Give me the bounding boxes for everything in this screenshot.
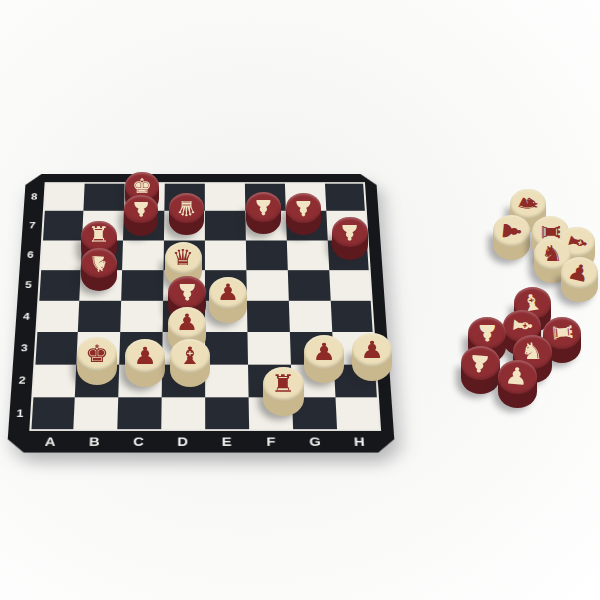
frame-edge (245, 174, 285, 182)
square-e7 (205, 211, 246, 240)
piece-cream-bishop-d2: ♝ (170, 339, 210, 387)
disc-top: ♜ (81, 221, 117, 252)
captured-cream-pawn-6: ♟ (561, 257, 598, 302)
frame-edge (165, 174, 205, 182)
rank-label-1: 1 (8, 397, 31, 431)
knight-symbol-icon: ♞ (513, 191, 544, 217)
frame-edge (367, 211, 381, 240)
file-label-d: D (161, 431, 205, 453)
frame-edge (379, 397, 394, 431)
rank-label-7: 7 (22, 211, 43, 240)
bishop-symbol-icon: ♝ (509, 315, 536, 337)
rook-symbol-icon: ♜ (271, 372, 295, 396)
square-a7 (41, 211, 83, 240)
rank-label-8: 8 (24, 182, 45, 211)
square-c1 (117, 397, 161, 431)
square-f3 (247, 332, 290, 364)
frame-edge (7, 431, 29, 453)
captured-red-pawn-7: ♟ (498, 360, 537, 407)
square-c6 (122, 240, 164, 270)
captured-red-pawn-6: ♟ (461, 346, 500, 393)
file-label-c: C (117, 431, 162, 453)
king-symbol-icon: ♚ (85, 342, 109, 366)
file-label-b: B (72, 431, 117, 453)
square-b8 (83, 182, 124, 211)
pawn-symbol-icon: ♟ (476, 322, 498, 345)
piece-cream-king-b2: ♚ (77, 337, 117, 385)
pawn-symbol-icon: ♟ (253, 197, 274, 218)
disc-top: ♟ (125, 339, 165, 373)
frame-edge (26, 174, 46, 182)
square-e1 (205, 397, 249, 431)
square-h1 (335, 397, 381, 431)
square-h4 (331, 301, 375, 332)
frame-edge (369, 240, 383, 270)
frame-edge (373, 301, 387, 332)
disc-top: ♟ (304, 335, 344, 369)
pawn-symbol-icon: ♟ (293, 198, 314, 219)
disc-top: ♟ (468, 317, 506, 349)
rank-label-3: 3 (13, 332, 35, 364)
file-label-a: A (28, 431, 73, 453)
knight-symbol-icon: ♞ (87, 251, 110, 274)
rook-symbol-icon: ♜ (549, 322, 576, 344)
square-h5 (329, 270, 372, 301)
piece-cream-pawn-e4: ♟ (209, 277, 247, 323)
file-label-f: F (249, 431, 294, 453)
disc-top: ♟ (461, 346, 500, 379)
piece-red-pawn-h6: ♟ (332, 217, 368, 261)
square-a1 (29, 397, 75, 431)
pawn-symbol-icon: ♟ (339, 221, 360, 242)
piece-cream-pawn-h2: ♟ (352, 333, 392, 381)
square-c5 (121, 270, 163, 301)
frame-edge (365, 182, 378, 211)
square-g6 (287, 240, 329, 270)
disc-top: ♝ (170, 339, 210, 373)
file-label-e: E (205, 431, 249, 453)
square-a4 (35, 301, 79, 332)
frame-edge (371, 270, 385, 301)
square-a8 (43, 182, 85, 211)
rank-label-4: 4 (15, 301, 37, 332)
captured-cream-pawn-2: ♟ (493, 215, 530, 260)
disc-top: ♚ (77, 337, 117, 371)
file-label-g: G (293, 431, 338, 453)
pawn-symbol-icon: ♟ (565, 260, 592, 286)
queen-symbol-icon: ♛ (172, 247, 194, 269)
disc-top: ♟ (124, 195, 158, 224)
piece-red-pawn-f7: ♟ (246, 192, 281, 234)
frame-edge (325, 174, 365, 182)
disc-top: ♞ (81, 248, 117, 279)
square-a3 (33, 332, 77, 364)
pawn-symbol-icon: ♟ (133, 344, 157, 368)
rank-label-5: 5 (17, 270, 39, 301)
file-label-h: H (337, 431, 382, 453)
square-g5 (288, 270, 331, 301)
piece-red-pawn-g7: ♟ (286, 193, 321, 235)
square-d1 (161, 397, 205, 431)
disc-top: ♛ (165, 242, 202, 273)
disc-top: ♛ (169, 193, 204, 223)
square-b4 (78, 301, 121, 332)
frame-edge (45, 174, 85, 182)
square-e8 (205, 182, 246, 211)
piece-red-pawn-c7: ♟ (124, 195, 158, 236)
square-b1 (73, 397, 118, 431)
disc-top: ♟ (168, 276, 206, 308)
king-symbol-icon: ♚ (132, 176, 152, 196)
frame-edge (381, 431, 395, 453)
disc-top: ♟ (332, 217, 368, 248)
square-e6 (205, 240, 246, 270)
pawn-symbol-icon: ♟ (360, 338, 384, 362)
pawn-symbol-icon: ♟ (498, 220, 524, 242)
square-a5 (37, 270, 80, 301)
square-e3 (205, 332, 248, 364)
rank-label-2: 2 (11, 364, 34, 397)
square-a6 (39, 240, 82, 270)
frame-edge (364, 174, 376, 182)
pawn-symbol-icon: ♟ (217, 282, 239, 305)
disc-top: ♜ (263, 367, 304, 402)
bishop-symbol-icon: ♝ (178, 344, 202, 368)
pawn-symbol-icon: ♟ (312, 340, 336, 364)
disc-top: ♟ (168, 307, 206, 339)
disc-top: ♟ (286, 193, 321, 223)
square-c4 (120, 301, 163, 332)
square-f4 (247, 301, 290, 332)
square-g4 (289, 301, 332, 332)
travel-chess-set-photo: 87654321ABCDEFGH ♚♞♟♛♟♟♟♟♜♜♝♞♛♞♟♟♟♝♟♝♜♟♟… (0, 0, 600, 600)
pawn-symbol-icon: ♟ (176, 312, 198, 335)
disc-top: ♟ (246, 192, 281, 222)
rank-label-6: 6 (19, 240, 41, 270)
piece-red-knight-b5: ♞ (81, 248, 117, 292)
piece-red-queen-d7: ♛ (169, 193, 204, 235)
disc-top: ♟ (352, 333, 392, 367)
frame-edge (285, 174, 325, 182)
pawn-symbol-icon: ♟ (467, 351, 492, 376)
piece-cream-pawn-c2: ♟ (125, 339, 165, 387)
queen-symbol-icon: ♛ (176, 198, 197, 219)
disc-top: ♟ (493, 215, 530, 246)
square-f5 (246, 270, 288, 301)
frame-edge (85, 174, 125, 182)
disc-top: ♟ (498, 360, 537, 393)
pawn-symbol-icon: ♟ (131, 199, 151, 219)
square-a2 (31, 364, 76, 397)
pawn-symbol-icon: ♟ (176, 281, 198, 304)
pawn-symbol-icon: ♟ (504, 365, 529, 390)
square-f6 (246, 240, 288, 270)
piece-cream-pawn-g2: ♟ (304, 335, 344, 383)
piece-cream-rook-f1: ♜ (263, 367, 304, 417)
frame-edge (205, 174, 245, 182)
disc-top: ♟ (209, 277, 247, 309)
square-h8 (325, 182, 367, 211)
rook-symbol-icon: ♜ (88, 225, 109, 246)
square-e2 (205, 364, 248, 397)
disc-top: ♟ (561, 257, 598, 288)
